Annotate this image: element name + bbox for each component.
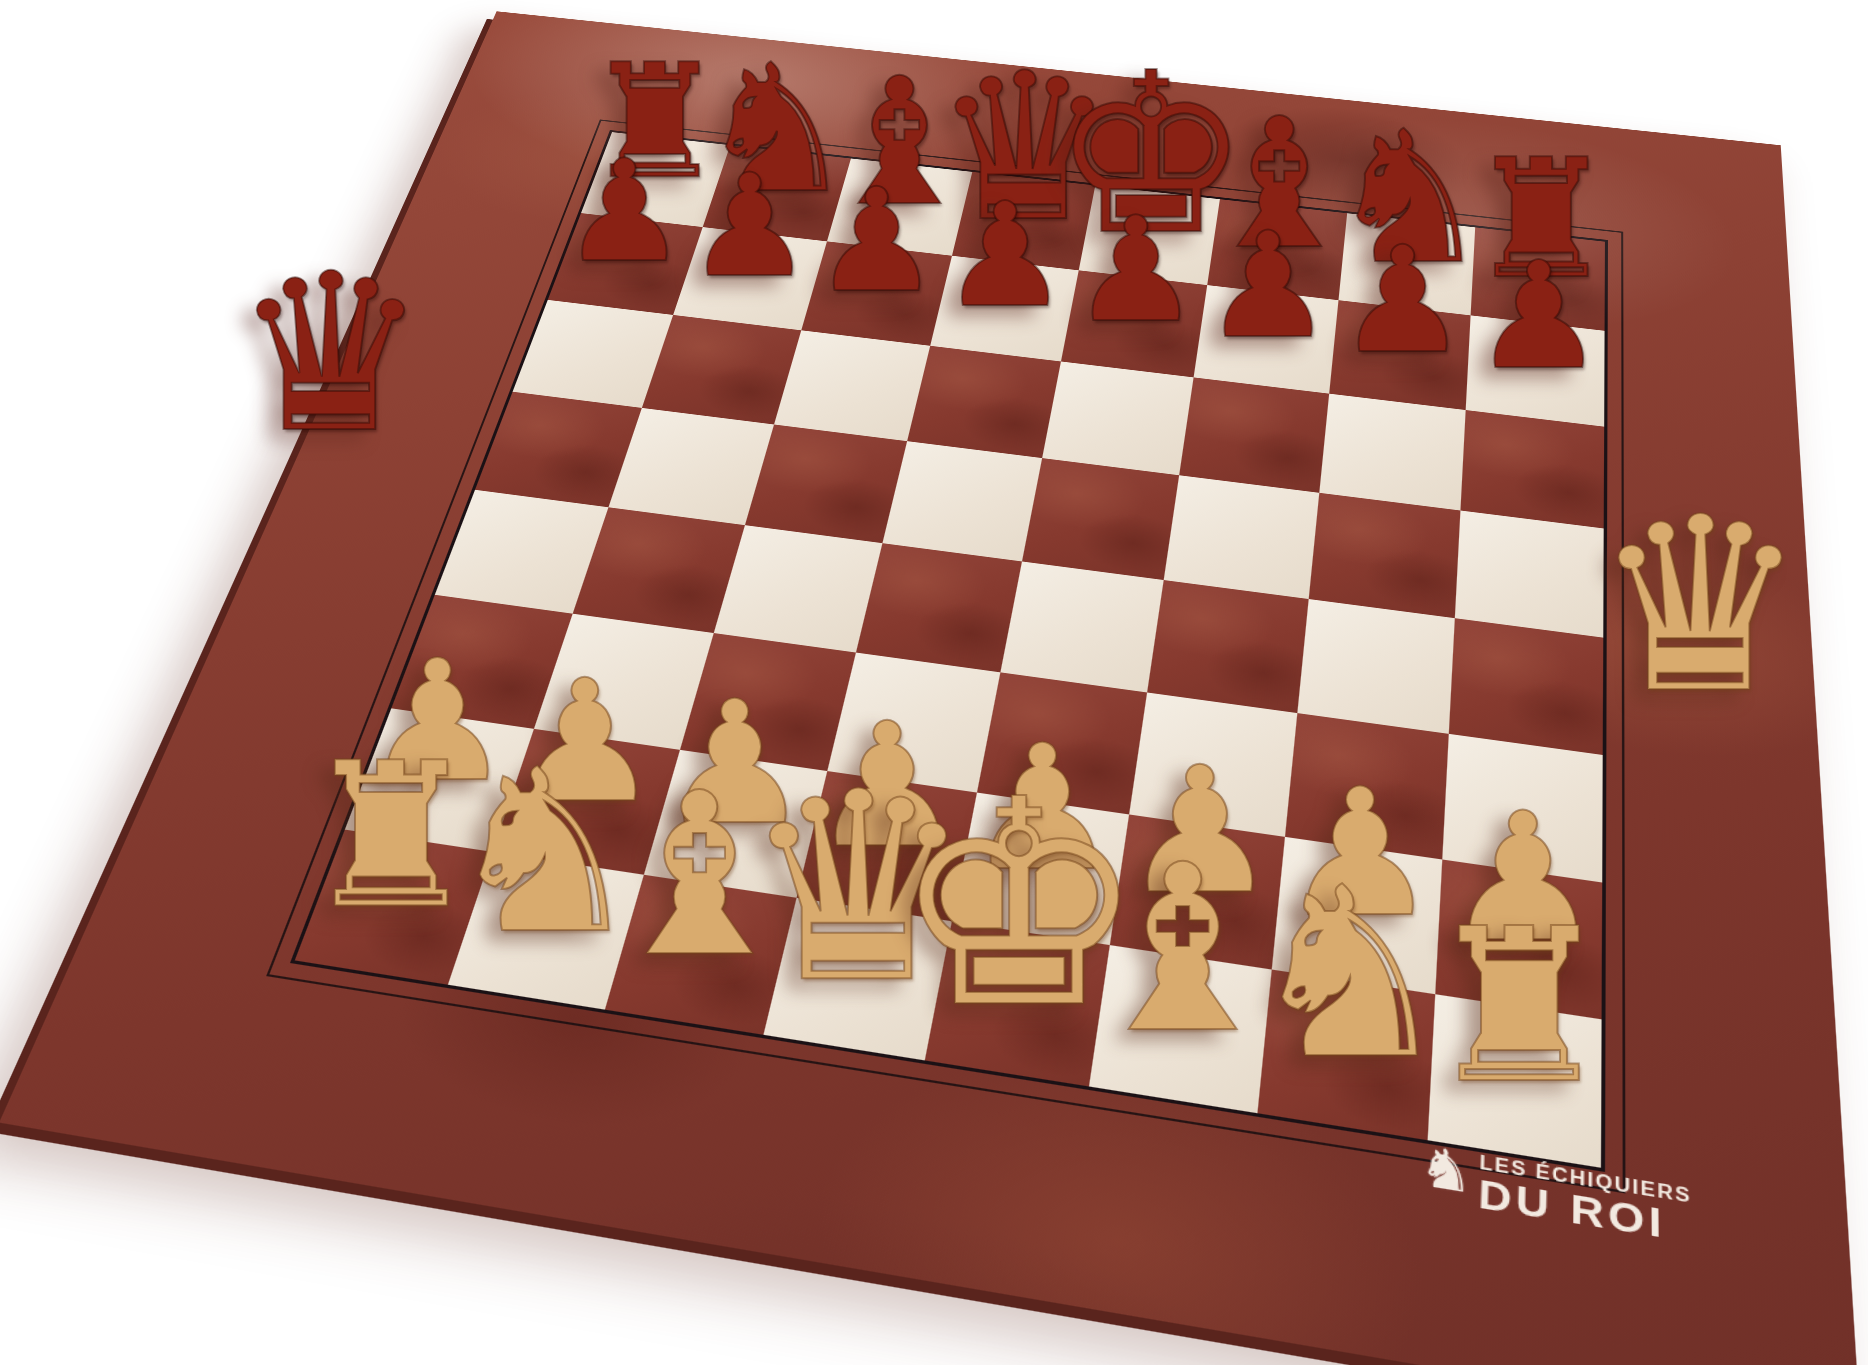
piece-white-rook-h1[interactable]: ♜ xyxy=(1424,902,1614,1114)
piece-red-pawn-b7[interactable]: ♟ xyxy=(686,156,813,298)
piece-red-pawn-c7[interactable]: ♟ xyxy=(812,170,940,313)
piece-red-queen-offboard-left-frame[interactable]: ♛ xyxy=(233,244,428,462)
piece-white-queen-offboard-right-frame[interactable]: ♛ xyxy=(1592,485,1808,726)
pieces-layer: ♜♞♝♛♚♝♞♜♟♟♟♟♟♟♟♟♟♟♟♟♟♟♟♟♜♞♝♛♚♝♞♜♛♛ xyxy=(0,0,1868,1365)
piece-red-pawn-g7[interactable]: ♟ xyxy=(1337,228,1469,375)
piece-red-pawn-h7[interactable]: ♟ xyxy=(1472,243,1605,391)
piece-red-pawn-d7[interactable]: ♟ xyxy=(941,184,1070,328)
piece-red-pawn-f7[interactable]: ♟ xyxy=(1203,213,1334,359)
chessboard-scene: ♞ LES ÉCHIQUIERS DU ROI ♜♞♝♛♚♝♞♜♟♟♟♟♟♟♟♟… xyxy=(0,0,1868,1365)
piece-red-pawn-a7[interactable]: ♟ xyxy=(561,142,687,283)
piece-red-pawn-e7[interactable]: ♟ xyxy=(1071,198,1201,343)
